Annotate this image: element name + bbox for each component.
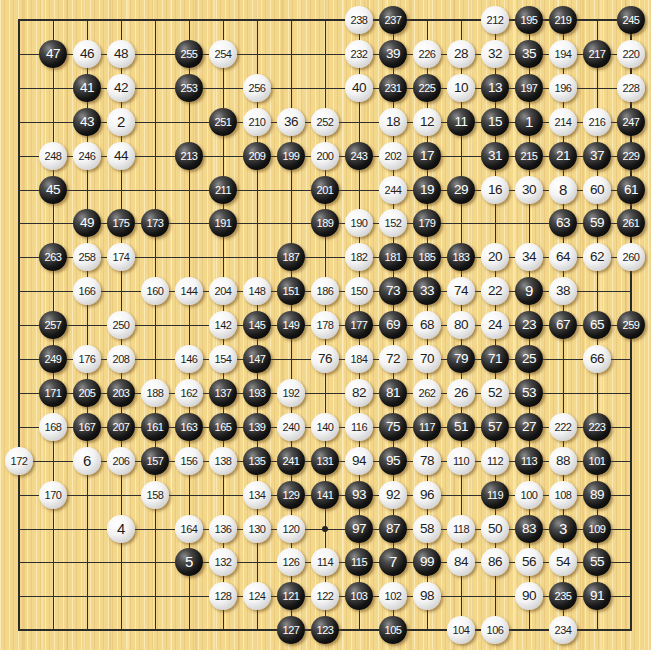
- stone-151[interactable]: 151: [277, 277, 305, 305]
- stone-8[interactable]: 8: [549, 176, 577, 204]
- stone-214[interactable]: 214: [549, 108, 577, 136]
- stone-254[interactable]: 254: [209, 40, 237, 68]
- stone-215[interactable]: 215: [515, 142, 543, 170]
- stone-237[interactable]: 237: [379, 6, 407, 34]
- stone-36[interactable]: 36: [277, 108, 305, 136]
- stone-170[interactable]: 170: [39, 481, 67, 509]
- stone-104[interactable]: 104: [447, 616, 475, 644]
- stone-17[interactable]: 17: [413, 142, 441, 170]
- stone-75[interactable]: 75: [379, 413, 407, 441]
- stone-120[interactable]: 120: [277, 515, 305, 543]
- stone-172[interactable]: 172: [5, 447, 33, 475]
- stone-158[interactable]: 158: [141, 481, 169, 509]
- star-point: [322, 526, 328, 532]
- stone-117[interactable]: 117: [413, 413, 441, 441]
- stone-243[interactable]: 243: [345, 142, 373, 170]
- stone-164[interactable]: 164: [175, 515, 203, 543]
- stone-241[interactable]: 241: [277, 447, 305, 475]
- stone-205[interactable]: 205: [73, 379, 101, 407]
- stone-161[interactable]: 161: [141, 413, 169, 441]
- stone-209[interactable]: 209: [243, 142, 271, 170]
- stone-232[interactable]: 232: [345, 40, 373, 68]
- stone-45[interactable]: 45: [39, 176, 67, 204]
- stone-162[interactable]: 162: [175, 379, 203, 407]
- stone-256[interactable]: 256: [243, 74, 271, 102]
- stone-202[interactable]: 202: [379, 142, 407, 170]
- stone-127[interactable]: 127: [277, 616, 305, 644]
- stone-92[interactable]: 92: [379, 481, 407, 509]
- stone-38[interactable]: 38: [549, 277, 577, 305]
- stone-135[interactable]: 135: [243, 447, 271, 475]
- stone-210[interactable]: 210: [243, 108, 271, 136]
- stone-15[interactable]: 15: [481, 108, 509, 136]
- stone-58[interactable]: 58: [413, 515, 441, 543]
- stone-26[interactable]: 26: [447, 379, 475, 407]
- stone-145[interactable]: 145: [243, 311, 271, 339]
- stone-139[interactable]: 139: [243, 413, 271, 441]
- stone-1[interactable]: 1: [515, 108, 543, 136]
- stone-195[interactable]: 195: [515, 6, 543, 34]
- stone-184[interactable]: 184: [345, 345, 373, 373]
- stone-219[interactable]: 219: [549, 6, 577, 34]
- stone-176[interactable]: 176: [73, 345, 101, 373]
- stone-150[interactable]: 150: [345, 277, 373, 305]
- stone-257[interactable]: 257: [39, 311, 67, 339]
- stone-29[interactable]: 29: [447, 176, 475, 204]
- stone-47[interactable]: 47: [39, 40, 67, 68]
- stone-22[interactable]: 22: [481, 277, 509, 305]
- stone-71[interactable]: 71: [481, 345, 509, 373]
- stone-245[interactable]: 245: [617, 6, 645, 34]
- stone-41[interactable]: 41: [73, 74, 101, 102]
- stone-76[interactable]: 76: [311, 345, 339, 373]
- stone-42[interactable]: 42: [107, 74, 135, 102]
- stone-240[interactable]: 240: [277, 413, 305, 441]
- stone-66[interactable]: 66: [583, 345, 611, 373]
- stone-136[interactable]: 136: [209, 515, 237, 543]
- stone-112[interactable]: 112: [481, 447, 509, 475]
- stone-201[interactable]: 201: [311, 176, 339, 204]
- stone-253[interactable]: 253: [175, 74, 203, 102]
- stone-140[interactable]: 140: [311, 413, 339, 441]
- stone-78[interactable]: 78: [413, 447, 441, 475]
- stone-23[interactable]: 23: [515, 311, 543, 339]
- stone-106[interactable]: 106: [481, 616, 509, 644]
- stone-204[interactable]: 204: [209, 277, 237, 305]
- stone-194[interactable]: 194: [549, 40, 577, 68]
- stone-21[interactable]: 21: [549, 142, 577, 170]
- stone-134[interactable]: 134: [243, 481, 271, 509]
- stone-113[interactable]: 113: [515, 447, 543, 475]
- stone-200[interactable]: 200: [311, 142, 339, 170]
- stone-51[interactable]: 51: [447, 413, 475, 441]
- stone-12[interactable]: 12: [413, 108, 441, 136]
- stone-79[interactable]: 79: [447, 345, 475, 373]
- stone-123[interactable]: 123: [311, 616, 339, 644]
- stone-24[interactable]: 24: [481, 311, 509, 339]
- stone-57[interactable]: 57: [481, 413, 509, 441]
- stone-163[interactable]: 163: [175, 413, 203, 441]
- stone-207[interactable]: 207: [107, 413, 135, 441]
- stone-226[interactable]: 226: [413, 40, 441, 68]
- stone-74[interactable]: 74: [447, 277, 475, 305]
- stone-81[interactable]: 81: [379, 379, 407, 407]
- stone-260[interactable]: 260: [617, 243, 645, 271]
- stone-13[interactable]: 13: [481, 74, 509, 102]
- stone-238[interactable]: 238: [345, 6, 373, 34]
- stone-11[interactable]: 11: [447, 108, 475, 136]
- stone-50[interactable]: 50: [481, 515, 509, 543]
- stone-142[interactable]: 142: [209, 311, 237, 339]
- stone-193[interactable]: 193: [243, 379, 271, 407]
- stone-37[interactable]: 37: [583, 142, 611, 170]
- stone-203[interactable]: 203: [107, 379, 135, 407]
- stone-262[interactable]: 262: [413, 379, 441, 407]
- stone-259[interactable]: 259: [617, 311, 645, 339]
- stone-93[interactable]: 93: [345, 481, 373, 509]
- stone-67[interactable]: 67: [549, 311, 577, 339]
- stone-149[interactable]: 149: [277, 311, 305, 339]
- stone-261[interactable]: 261: [617, 209, 645, 237]
- stone-168[interactable]: 168: [39, 413, 67, 441]
- stone-94[interactable]: 94: [345, 447, 373, 475]
- stone-156[interactable]: 156: [175, 447, 203, 475]
- stone-130[interactable]: 130: [243, 515, 271, 543]
- stone-72[interactable]: 72: [379, 345, 407, 373]
- stone-27[interactable]: 27: [515, 413, 543, 441]
- stone-217[interactable]: 217: [583, 40, 611, 68]
- stone-3[interactable]: 3: [549, 515, 577, 543]
- stone-248[interactable]: 248: [39, 142, 67, 170]
- stone-2[interactable]: 2: [107, 108, 135, 136]
- stone-43[interactable]: 43: [73, 108, 101, 136]
- stone-108[interactable]: 108: [549, 481, 577, 509]
- stone-247[interactable]: 247: [617, 108, 645, 136]
- stone-97[interactable]: 97: [345, 515, 373, 543]
- stone-171[interactable]: 171: [39, 379, 67, 407]
- stone-244[interactable]: 244: [379, 176, 407, 204]
- stone-160[interactable]: 160: [141, 277, 169, 305]
- stone-118[interactable]: 118: [447, 515, 475, 543]
- stone-231[interactable]: 231: [379, 74, 407, 102]
- stone-10[interactable]: 10: [447, 74, 475, 102]
- stone-234[interactable]: 234: [549, 616, 577, 644]
- stone-39[interactable]: 39: [379, 40, 407, 68]
- stone-40[interactable]: 40: [345, 74, 373, 102]
- stone-69[interactable]: 69: [379, 311, 407, 339]
- stone-220[interactable]: 220: [617, 40, 645, 68]
- stone-18[interactable]: 18: [379, 108, 407, 136]
- stone-119[interactable]: 119: [481, 481, 509, 509]
- stone-188[interactable]: 188: [141, 379, 169, 407]
- stone-44[interactable]: 44: [107, 142, 135, 170]
- stone-252[interactable]: 252: [311, 108, 339, 136]
- stone-61[interactable]: 61: [617, 176, 645, 204]
- stone-109[interactable]: 109: [583, 515, 611, 543]
- stone-96[interactable]: 96: [413, 481, 441, 509]
- stone-166[interactable]: 166: [73, 277, 101, 305]
- stone-16[interactable]: 16: [481, 176, 509, 204]
- stone-255[interactable]: 255: [175, 40, 203, 68]
- stone-138[interactable]: 138: [209, 447, 237, 475]
- stone-33[interactable]: 33: [413, 277, 441, 305]
- stone-249[interactable]: 249: [39, 345, 67, 373]
- stone-52[interactable]: 52: [481, 379, 509, 407]
- stone-4[interactable]: 4: [107, 515, 135, 543]
- stone-211[interactable]: 211: [209, 176, 237, 204]
- stone-141[interactable]: 141: [311, 481, 339, 509]
- stone-131[interactable]: 131: [311, 447, 339, 475]
- stone-154[interactable]: 154: [209, 345, 237, 373]
- stone-53[interactable]: 53: [515, 379, 543, 407]
- stone-222[interactable]: 222: [549, 413, 577, 441]
- stone-100[interactable]: 100: [515, 481, 543, 509]
- stone-144[interactable]: 144: [175, 277, 203, 305]
- stone-208[interactable]: 208: [107, 345, 135, 373]
- stone-88[interactable]: 88: [549, 447, 577, 475]
- stone-35[interactable]: 35: [515, 40, 543, 68]
- stone-177[interactable]: 177: [345, 311, 373, 339]
- stone-116[interactable]: 116: [345, 413, 373, 441]
- stone-225[interactable]: 225: [413, 74, 441, 102]
- stone-213[interactable]: 213: [175, 142, 203, 170]
- stone-229[interactable]: 229: [617, 142, 645, 170]
- stone-101[interactable]: 101: [583, 447, 611, 475]
- stone-30[interactable]: 30: [515, 176, 543, 204]
- stone-32[interactable]: 32: [481, 40, 509, 68]
- stone-250[interactable]: 250: [107, 311, 135, 339]
- stone-223[interactable]: 223: [583, 413, 611, 441]
- stone-48[interactable]: 48: [107, 40, 135, 68]
- stone-83[interactable]: 83: [515, 515, 543, 543]
- stone-129[interactable]: 129: [277, 481, 305, 509]
- stone-28[interactable]: 28: [447, 40, 475, 68]
- stone-199[interactable]: 199: [277, 142, 305, 170]
- stone-178[interactable]: 178: [311, 311, 339, 339]
- stone-80[interactable]: 80: [447, 311, 475, 339]
- stone-87[interactable]: 87: [379, 515, 407, 543]
- stone-157[interactable]: 157: [141, 447, 169, 475]
- stone-197[interactable]: 197: [515, 74, 543, 102]
- stone-216[interactable]: 216: [583, 108, 611, 136]
- stone-89[interactable]: 89: [583, 481, 611, 509]
- stone-95[interactable]: 95: [379, 447, 407, 475]
- stone-228[interactable]: 228: [617, 74, 645, 102]
- stone-105[interactable]: 105: [379, 616, 407, 644]
- stone-25[interactable]: 25: [515, 345, 543, 373]
- stone-60[interactable]: 60: [583, 176, 611, 204]
- stone-68[interactable]: 68: [413, 311, 441, 339]
- stone-186[interactable]: 186: [311, 277, 339, 305]
- stone-196[interactable]: 196: [549, 74, 577, 102]
- stone-147[interactable]: 147: [243, 345, 271, 373]
- stone-146[interactable]: 146: [175, 345, 203, 373]
- stone-9[interactable]: 9: [515, 277, 543, 305]
- stone-70[interactable]: 70: [413, 345, 441, 373]
- stone-82[interactable]: 82: [345, 379, 373, 407]
- stone-46[interactable]: 46: [73, 40, 101, 68]
- stone-246[interactable]: 246: [73, 142, 101, 170]
- stone-165[interactable]: 165: [209, 413, 237, 441]
- stone-6[interactable]: 6: [73, 447, 101, 475]
- go-board[interactable]: 2382372121952192454746482552542323922628…: [0, 0, 651, 650]
- stone-137[interactable]: 137: [209, 379, 237, 407]
- stone-31[interactable]: 31: [481, 142, 509, 170]
- stone-110[interactable]: 110: [447, 447, 475, 475]
- stone-65[interactable]: 65: [583, 311, 611, 339]
- stone-192[interactable]: 192: [277, 379, 305, 407]
- stone-167[interactable]: 167: [73, 413, 101, 441]
- stone-148[interactable]: 148: [243, 277, 271, 305]
- stone-73[interactable]: 73: [379, 277, 407, 305]
- stone-19[interactable]: 19: [413, 176, 441, 204]
- stone-206[interactable]: 206: [107, 447, 135, 475]
- stone-251[interactable]: 251: [209, 108, 237, 136]
- stone-212[interactable]: 212: [481, 6, 509, 34]
